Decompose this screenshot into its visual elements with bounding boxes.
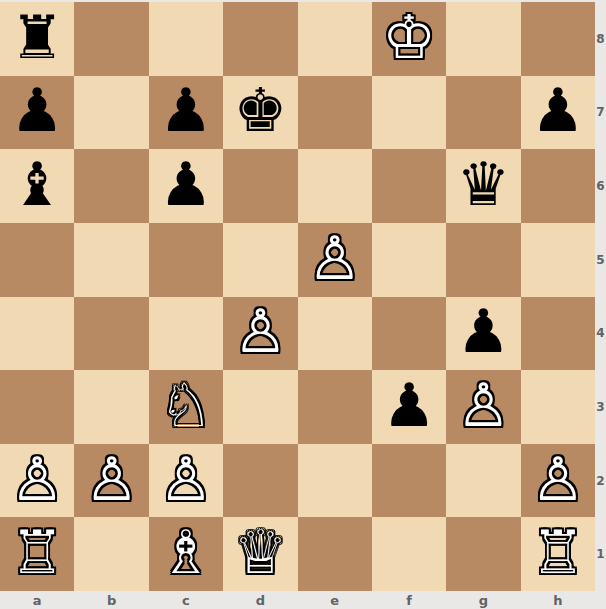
square-h8[interactable]: [521, 2, 595, 76]
square-b5[interactable]: [74, 223, 148, 297]
white-knight[interactable]: ♘: [159, 375, 213, 435]
square-a1[interactable]: ♖: [0, 517, 74, 591]
square-g3[interactable]: ♙: [446, 370, 520, 444]
file-label-d: d: [223, 591, 297, 609]
chess-app: { "game": "chess", "position": { "fen": …: [0, 0, 606, 609]
rank-label-1: 1: [595, 517, 606, 591]
square-g2[interactable]: [446, 444, 520, 518]
file-label-b: b: [74, 591, 148, 609]
square-b3[interactable]: [74, 370, 148, 444]
square-e4[interactable]: [298, 297, 372, 371]
square-h2[interactable]: ♙: [521, 444, 595, 518]
square-c1[interactable]: ♗: [149, 517, 223, 591]
white-pawn[interactable]: ♙: [159, 449, 213, 509]
white-rook[interactable]: ♖: [531, 522, 585, 582]
rank-label-3: 3: [595, 370, 606, 444]
square-c7[interactable]: ♟: [149, 76, 223, 150]
square-e3[interactable]: [298, 370, 372, 444]
square-a2[interactable]: ♙: [0, 444, 74, 518]
black-king[interactable]: ♚: [233, 80, 287, 140]
rank-label-5: 5: [595, 223, 606, 297]
rank-label-7: 7: [595, 76, 606, 150]
square-g4[interactable]: ♟: [446, 297, 520, 371]
square-h5[interactable]: [521, 223, 595, 297]
file-label-g: g: [446, 591, 520, 609]
square-f1[interactable]: [372, 517, 446, 591]
board-grid: ♜♔♟♟♚♟♝♟♛♙♙♟♘♟♙♙♙♙♙♖♗♕♖: [0, 2, 595, 591]
square-g8[interactable]: [446, 2, 520, 76]
square-b8[interactable]: [74, 2, 148, 76]
square-a5[interactable]: [0, 223, 74, 297]
rank-label-8: 8: [595, 2, 606, 76]
square-e8[interactable]: [298, 2, 372, 76]
square-c5[interactable]: [149, 223, 223, 297]
white-bishop[interactable]: ♗: [159, 522, 213, 582]
white-pawn[interactable]: ♙: [10, 449, 64, 509]
white-pawn[interactable]: ♙: [531, 449, 585, 509]
square-h6[interactable]: [521, 149, 595, 223]
white-rook[interactable]: ♖: [10, 522, 64, 582]
square-f4[interactable]: [372, 297, 446, 371]
square-c3[interactable]: ♘: [149, 370, 223, 444]
black-pawn[interactable]: ♟: [531, 80, 585, 140]
file-label-f: f: [372, 591, 446, 609]
square-b4[interactable]: [74, 297, 148, 371]
white-pawn[interactable]: ♙: [457, 375, 511, 435]
square-b6[interactable]: [74, 149, 148, 223]
square-a7[interactable]: ♟: [0, 76, 74, 150]
square-d1[interactable]: ♕: [223, 517, 297, 591]
square-b7[interactable]: [74, 76, 148, 150]
square-f2[interactable]: [372, 444, 446, 518]
square-f6[interactable]: [372, 149, 446, 223]
square-g1[interactable]: [446, 517, 520, 591]
rank-label-2: 2: [595, 444, 606, 518]
black-pawn[interactable]: ♟: [382, 375, 436, 435]
white-pawn[interactable]: ♙: [85, 449, 139, 509]
black-bishop[interactable]: ♝: [10, 154, 64, 214]
square-e2[interactable]: [298, 444, 372, 518]
square-g7[interactable]: [446, 76, 520, 150]
black-pawn[interactable]: ♟: [159, 154, 213, 214]
file-label-h: h: [521, 591, 595, 609]
square-h1[interactable]: ♖: [521, 517, 595, 591]
square-e7[interactable]: [298, 76, 372, 150]
file-label-e: e: [298, 591, 372, 609]
rank-label-4: 4: [595, 297, 606, 371]
square-h3[interactable]: [521, 370, 595, 444]
file-labels: abcdefgh: [0, 591, 595, 609]
square-f5[interactable]: [372, 223, 446, 297]
square-a8[interactable]: ♜: [0, 2, 74, 76]
square-e1[interactable]: [298, 517, 372, 591]
square-e5[interactable]: ♙: [298, 223, 372, 297]
square-d4[interactable]: ♙: [223, 297, 297, 371]
square-d3[interactable]: [223, 370, 297, 444]
file-label-c: c: [149, 591, 223, 609]
square-c8[interactable]: [149, 2, 223, 76]
rank-labels: 87654321: [595, 2, 606, 591]
square-f7[interactable]: [372, 76, 446, 150]
square-d8[interactable]: [223, 2, 297, 76]
square-b2[interactable]: ♙: [74, 444, 148, 518]
black-pawn[interactable]: ♟: [159, 80, 213, 140]
square-d7[interactable]: ♚: [223, 76, 297, 150]
chess-board: ♜♔♟♟♚♟♝♟♛♙♙♟♘♟♙♙♙♙♙♖♗♕♖: [0, 2, 595, 591]
white-king[interactable]: ♔: [382, 7, 436, 67]
square-d2[interactable]: [223, 444, 297, 518]
rank-label-6: 6: [595, 149, 606, 223]
square-c6[interactable]: ♟: [149, 149, 223, 223]
square-c4[interactable]: [149, 297, 223, 371]
square-d5[interactable]: [223, 223, 297, 297]
square-f8[interactable]: ♔: [372, 2, 446, 76]
black-pawn[interactable]: ♟: [457, 301, 511, 361]
black-rook[interactable]: ♜: [10, 7, 64, 67]
white-pawn[interactable]: ♙: [308, 228, 362, 288]
square-e6[interactable]: [298, 149, 372, 223]
square-a4[interactable]: [0, 297, 74, 371]
square-c2[interactable]: ♙: [149, 444, 223, 518]
square-d6[interactable]: [223, 149, 297, 223]
square-a3[interactable]: [0, 370, 74, 444]
black-pawn[interactable]: ♟: [10, 80, 64, 140]
square-g5[interactable]: [446, 223, 520, 297]
square-b1[interactable]: [74, 517, 148, 591]
square-f3[interactable]: ♟: [372, 370, 446, 444]
white-queen[interactable]: ♕: [233, 522, 287, 582]
white-pawn[interactable]: ♙: [233, 301, 287, 361]
square-g6[interactable]: ♛: [446, 149, 520, 223]
square-h4[interactable]: [521, 297, 595, 371]
square-h7[interactable]: ♟: [521, 76, 595, 150]
file-label-a: a: [0, 591, 74, 609]
black-queen[interactable]: ♛: [457, 154, 511, 214]
square-a6[interactable]: ♝: [0, 149, 74, 223]
